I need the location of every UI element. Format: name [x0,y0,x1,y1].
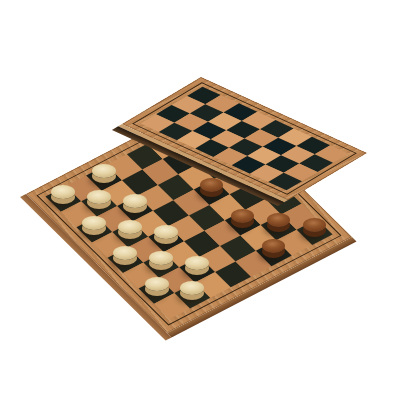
checker-piece-cream [92,164,116,178]
checker-piece-cream [82,216,106,230]
checker-piece-brown [231,209,254,223]
checker-piece-cream [87,190,111,204]
checker-piece-cream [185,256,209,270]
checker-piece-brown [303,218,326,232]
checker-piece-brown [200,178,223,192]
checker-piece-cream [145,277,169,291]
checker-piece-cream [149,251,173,265]
product-photo-scene [0,0,396,396]
